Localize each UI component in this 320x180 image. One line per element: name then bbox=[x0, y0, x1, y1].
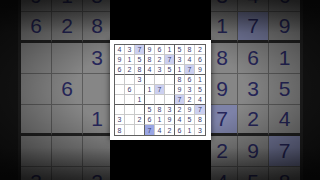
bg-cell: 7 bbox=[207, 105, 238, 136]
bg-cell: 6 bbox=[21, 12, 52, 43]
sudoku-cell[interactable]: 5 bbox=[145, 105, 155, 115]
bg-cell: 9 bbox=[21, 0, 52, 12]
sudoku-cell[interactable]: 1 bbox=[135, 95, 145, 105]
sudoku-cell[interactable] bbox=[115, 75, 125, 85]
sudoku-cell[interactable]: 8 bbox=[195, 115, 205, 125]
bg-cell: 2 bbox=[207, 136, 238, 167]
bg-cell: 4 bbox=[238, 0, 269, 12]
sudoku-cell[interactable]: 9 bbox=[195, 65, 205, 75]
bg-cell bbox=[52, 105, 83, 136]
sudoku-cell[interactable]: 7 bbox=[175, 95, 185, 105]
sudoku-cell[interactable] bbox=[135, 105, 145, 115]
sudoku-cell[interactable]: 3 bbox=[195, 125, 205, 135]
bg-cell: 8 bbox=[207, 43, 238, 74]
sudoku-board: 4379615829158273466284351793861617935172… bbox=[114, 44, 206, 136]
sudoku-cell[interactable]: 6 bbox=[145, 115, 155, 125]
bg-cell: 9 bbox=[238, 136, 269, 167]
bg-cell bbox=[21, 43, 52, 74]
sudoku-cell[interactable]: 6 bbox=[125, 85, 135, 95]
letterbox-top bbox=[110, 0, 211, 40]
sudoku-cell[interactable]: 2 bbox=[165, 125, 175, 135]
sudoku-cell[interactable]: 1 bbox=[155, 115, 165, 125]
sudoku-cell[interactable] bbox=[165, 95, 175, 105]
sudoku-cell[interactable]: 2 bbox=[195, 45, 205, 55]
bg-cell: 1 bbox=[207, 12, 238, 43]
sudoku-cell[interactable]: 6 bbox=[115, 65, 125, 75]
sudoku-cell[interactable]: 6 bbox=[185, 75, 195, 85]
bg-cell: 1 bbox=[269, 43, 300, 74]
bg-cell bbox=[52, 167, 83, 180]
sudoku-cell[interactable]: 7 bbox=[135, 45, 145, 55]
sudoku-cell[interactable]: 1 bbox=[185, 125, 195, 135]
bg-cell: 4 bbox=[269, 105, 300, 136]
bg-cell: 5 bbox=[269, 74, 300, 105]
sudoku-cell[interactable]: 3 bbox=[115, 115, 125, 125]
sudoku-cell[interactable] bbox=[155, 75, 165, 85]
sudoku-cell[interactable]: 5 bbox=[175, 45, 185, 55]
sudoku-cell[interactable] bbox=[135, 85, 145, 95]
sudoku-cell[interactable]: 7 bbox=[155, 85, 165, 95]
sudoku-cell[interactable] bbox=[125, 105, 135, 115]
bg-cell: 2 bbox=[238, 105, 269, 136]
video-frame: 4379615829158273466284351793861617935172… bbox=[0, 0, 320, 180]
sudoku-cell[interactable] bbox=[115, 95, 125, 105]
sudoku-cell[interactable]: 8 bbox=[145, 55, 155, 65]
sudoku-cell[interactable]: 9 bbox=[145, 45, 155, 55]
sudoku-cell[interactable]: 9 bbox=[115, 55, 125, 65]
sudoku-cell[interactable]: 5 bbox=[165, 65, 175, 75]
sudoku-cell[interactable] bbox=[135, 125, 145, 135]
sudoku-cell[interactable] bbox=[145, 95, 155, 105]
sudoku-cell[interactable]: 3 bbox=[175, 55, 185, 65]
sudoku-cell[interactable]: 9 bbox=[165, 115, 175, 125]
bg-cell: 3 bbox=[21, 167, 52, 180]
bg-cell bbox=[52, 136, 83, 167]
sudoku-cell[interactable]: 4 bbox=[145, 65, 155, 75]
sudoku-cell[interactable]: 9 bbox=[175, 85, 185, 95]
bg-cell bbox=[21, 74, 52, 105]
bg-cell: 7 bbox=[269, 136, 300, 167]
bg-cell: 4 bbox=[207, 167, 238, 180]
sudoku-cell[interactable] bbox=[165, 85, 175, 95]
sudoku-cell[interactable]: 7 bbox=[195, 105, 205, 115]
sudoku-cell[interactable] bbox=[115, 105, 125, 115]
bg-cell: 6 bbox=[238, 43, 269, 74]
sudoku-cell[interactable]: 3 bbox=[165, 105, 175, 115]
bg-cell: 3 bbox=[207, 0, 238, 12]
sudoku-cell[interactable]: 5 bbox=[135, 55, 145, 65]
sudoku-cell[interactable]: 8 bbox=[115, 125, 125, 135]
sudoku-cell[interactable] bbox=[165, 75, 175, 85]
sudoku-cell[interactable]: 6 bbox=[155, 45, 165, 55]
sudoku-cell[interactable]: 7 bbox=[145, 125, 155, 135]
sudoku-cell[interactable]: 6 bbox=[195, 55, 205, 65]
sudoku-card: 4379615829158273466284351793861617935172… bbox=[110, 40, 211, 140]
sudoku-cell[interactable] bbox=[145, 75, 155, 85]
bg-cell bbox=[21, 136, 52, 167]
bg-cell: 9 bbox=[269, 12, 300, 43]
sudoku-cell[interactable]: 3 bbox=[155, 65, 165, 75]
bg-cell: 5 bbox=[238, 167, 269, 180]
sudoku-cell[interactable]: 3 bbox=[185, 85, 195, 95]
sudoku-cell[interactable]: 7 bbox=[185, 65, 195, 75]
sudoku-cell[interactable]: 2 bbox=[125, 65, 135, 75]
bg-cell bbox=[21, 105, 52, 136]
sudoku-cell[interactable]: 1 bbox=[145, 85, 155, 95]
sudoku-cell[interactable] bbox=[125, 125, 135, 135]
sudoku-cell[interactable]: 4 bbox=[115, 45, 125, 55]
sudoku-cell[interactable] bbox=[115, 85, 125, 95]
sudoku-cell[interactable]: 7 bbox=[165, 55, 175, 65]
sudoku-cell[interactable]: 3 bbox=[125, 45, 135, 55]
sudoku-cell[interactable]: 4 bbox=[175, 115, 185, 125]
sudoku-cell[interactable] bbox=[125, 115, 135, 125]
sudoku-cell[interactable]: 1 bbox=[195, 75, 205, 85]
sudoku-cell[interactable]: 9 bbox=[185, 105, 195, 115]
sudoku-cell[interactable]: 2 bbox=[185, 95, 195, 105]
bg-cell: 7 bbox=[238, 12, 269, 43]
sudoku-cell[interactable]: 6 bbox=[175, 125, 185, 135]
sudoku-cell[interactable]: 8 bbox=[175, 75, 185, 85]
sudoku-cell[interactable]: 1 bbox=[175, 65, 185, 75]
sudoku-cell[interactable]: 2 bbox=[155, 55, 165, 65]
sudoku-cell[interactable]: 1 bbox=[165, 45, 175, 55]
sudoku-cell[interactable] bbox=[125, 75, 135, 85]
bg-cell: 9 bbox=[207, 74, 238, 105]
sudoku-cell[interactable]: 2 bbox=[175, 105, 185, 115]
sudoku-cell[interactable]: 5 bbox=[185, 115, 195, 125]
bg-cell bbox=[52, 43, 83, 74]
sudoku-cell[interactable]: 3 bbox=[135, 75, 145, 85]
bg-cell: 8 bbox=[269, 167, 300, 180]
bg-cell: 3 bbox=[238, 74, 269, 105]
sudoku-cell[interactable]: 5 bbox=[195, 85, 205, 95]
sudoku-cell[interactable]: 4 bbox=[155, 125, 165, 135]
sudoku-cell[interactable] bbox=[125, 95, 135, 105]
sudoku-cell[interactable]: 1 bbox=[125, 55, 135, 65]
sudoku-cell[interactable]: 8 bbox=[155, 105, 165, 115]
sudoku-cell[interactable]: 8 bbox=[185, 45, 195, 55]
sudoku-cell[interactable]: 2 bbox=[135, 115, 145, 125]
letterbox-bottom bbox=[110, 140, 211, 180]
sudoku-cell[interactable] bbox=[155, 95, 165, 105]
bg-cell: 6 bbox=[52, 74, 83, 105]
bg-cell: 2 bbox=[52, 12, 83, 43]
sudoku-cell[interactable]: 8 bbox=[135, 65, 145, 75]
bg-cell: 1 bbox=[52, 0, 83, 12]
bg-cell: 6 bbox=[269, 0, 300, 12]
sudoku-cell[interactable]: 4 bbox=[195, 95, 205, 105]
sudoku-cell[interactable]: 4 bbox=[185, 55, 195, 65]
